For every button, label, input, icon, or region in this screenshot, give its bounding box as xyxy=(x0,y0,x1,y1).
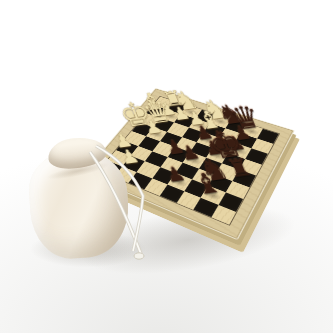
drawstring-cord xyxy=(0,0,333,333)
chess-set-product-photo: ♜♞♞♞♛♝♟♟♟♝♟♛♟♟♟♚♟♟♚♟♟♜♟♞♟♟♝ xyxy=(0,0,333,333)
cord-aglet xyxy=(134,253,144,259)
